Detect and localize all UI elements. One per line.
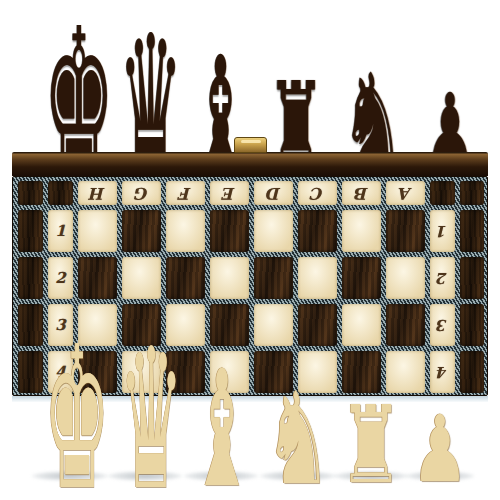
file-label-a: A: [399, 184, 411, 203]
rank-label-left-2: 2: [55, 269, 65, 287]
file-label-f: F: [180, 184, 191, 203]
rank-label-right-3: 3: [437, 316, 447, 334]
square-c2: [298, 257, 337, 299]
square-b1: [342, 210, 381, 252]
square-d3: [254, 304, 293, 346]
square-c1: [298, 210, 337, 252]
corner-cell: [48, 181, 73, 205]
square-a2: [386, 257, 425, 299]
square-g1: [122, 210, 161, 252]
frame-cell: [18, 257, 43, 299]
chess-set-photo: ♚♛♝♜♞♟ HGFEDCBA11223344 ♚♛♝♞♜♟: [0, 0, 500, 500]
square-a3: [386, 304, 425, 346]
file-label-c: C: [311, 184, 324, 203]
square-b3: [342, 304, 381, 346]
light-king-piece: ♚: [43, 320, 96, 500]
file-label-d: D: [267, 184, 281, 203]
frame-cell: [18, 210, 43, 252]
brass-hinge-icon: [234, 137, 267, 153]
light-pawn-piece: ♟: [392, 404, 489, 496]
file-label-g: G: [135, 184, 149, 203]
square-g2: [122, 257, 161, 299]
board-top-edge: [12, 152, 488, 176]
square-f1: [166, 210, 205, 252]
square-h2: [78, 257, 117, 299]
square-d2: [254, 257, 293, 299]
rank-label-right-4: 4: [437, 363, 447, 381]
frame-cell: [460, 304, 484, 346]
light-queen-piece: ♛: [119, 323, 171, 500]
file-label-cell-b: B: [342, 181, 381, 205]
rank-label-cell-right-3: 3: [430, 304, 455, 346]
file-label-cell-h: H: [78, 181, 117, 205]
square-c3: [298, 304, 337, 346]
file-label-h: H: [90, 184, 105, 203]
rank-label-cell-right-1: 1: [430, 210, 455, 252]
frame-cell: [460, 210, 484, 252]
frame-cell: [18, 304, 43, 346]
square-f2: [166, 257, 205, 299]
frame-cell: [460, 181, 484, 205]
rank-label-cell-right-4: 4: [430, 351, 455, 393]
rank-label-cell-left-2: 2: [48, 257, 73, 299]
square-h1: [78, 210, 117, 252]
file-label-cell-d: D: [254, 181, 293, 205]
rank-label-right-2: 2: [437, 269, 447, 287]
square-e2: [210, 257, 249, 299]
square-d1: [254, 210, 293, 252]
file-label-cell-g: G: [122, 181, 161, 205]
file-label-b: B: [355, 184, 369, 203]
rank-label-right-1: 1: [437, 222, 447, 240]
frame-cell: [460, 257, 484, 299]
square-e1: [210, 210, 249, 252]
light-bishop-piece: ♝: [190, 349, 253, 500]
frame-cell: [18, 181, 43, 205]
rank-label-left-1: 1: [55, 222, 65, 240]
corner-cell: [430, 181, 455, 205]
file-label-cell-e: E: [210, 181, 249, 205]
file-label-e: E: [223, 184, 235, 203]
square-a1: [386, 210, 425, 252]
rank-label-cell-left-1: 1: [48, 210, 73, 252]
square-b2: [342, 257, 381, 299]
rank-label-cell-right-2: 2: [430, 257, 455, 299]
file-label-cell-c: C: [298, 181, 337, 205]
frame-cell: [460, 351, 484, 393]
file-label-cell-f: F: [166, 181, 205, 205]
file-label-cell-a: A: [386, 181, 425, 205]
frame-cell: [18, 351, 43, 393]
